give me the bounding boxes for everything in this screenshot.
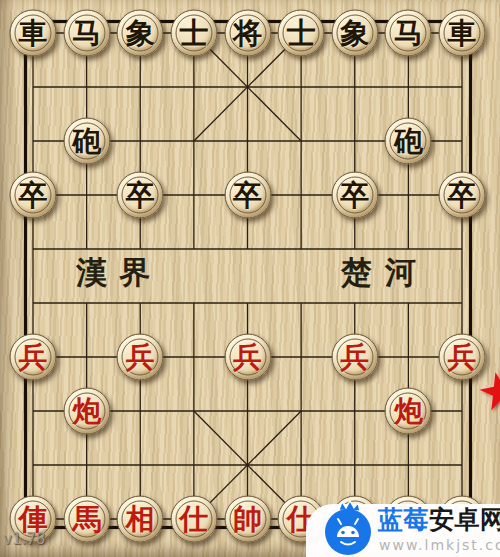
piece-label: 相 bbox=[118, 497, 163, 542]
piece-red-soldier[interactable]: 兵 bbox=[10, 334, 57, 381]
piece-label: 仕 bbox=[171, 497, 216, 542]
piece-black-horse[interactable]: 马 bbox=[63, 10, 110, 57]
piece-red-soldier[interactable]: 兵 bbox=[224, 334, 271, 381]
piece-label: 砲 bbox=[386, 119, 431, 164]
piece-black-horse[interactable]: 马 bbox=[385, 10, 432, 57]
piece-label: 炮 bbox=[386, 389, 431, 434]
piece-black-general[interactable]: 将 bbox=[224, 10, 271, 57]
piece-label: 兵 bbox=[225, 335, 270, 380]
version-label: v1.78 bbox=[3, 530, 45, 548]
piece-label: 马 bbox=[386, 11, 431, 56]
piece-black-soldier[interactable]: 卒 bbox=[439, 172, 486, 219]
piece-label: 象 bbox=[332, 11, 377, 56]
brand-text-highlight: 蓝莓 bbox=[378, 505, 429, 534]
piece-red-horse[interactable]: 馬 bbox=[63, 496, 110, 543]
piece-label: 兵 bbox=[118, 335, 163, 380]
watermark-url: www.lmkjst.com bbox=[379, 537, 500, 553]
river-label-hanjie: 漢界 bbox=[76, 257, 162, 288]
piece-label: 兵 bbox=[332, 335, 377, 380]
piece-black-soldier[interactable]: 卒 bbox=[224, 172, 271, 219]
piece-red-elephant[interactable]: 相 bbox=[117, 496, 164, 543]
piece-label: 炮 bbox=[64, 389, 109, 434]
piece-black-cannon[interactable]: 砲 bbox=[385, 118, 432, 165]
piece-black-advisor[interactable]: 士 bbox=[170, 10, 217, 57]
piece-label: 帥 bbox=[225, 497, 270, 542]
brand-text-rest: 安卓网 bbox=[429, 505, 500, 534]
piece-black-soldier[interactable]: 卒 bbox=[331, 172, 378, 219]
piece-black-cannon[interactable]: 砲 bbox=[63, 118, 110, 165]
piece-label: 卒 bbox=[118, 173, 163, 218]
piece-label: 马 bbox=[64, 11, 109, 56]
piece-black-soldier[interactable]: 卒 bbox=[10, 172, 57, 219]
piece-label: 車 bbox=[11, 11, 56, 56]
piece-red-general[interactable]: 帥 bbox=[224, 496, 271, 543]
piece-label: 将 bbox=[225, 11, 270, 56]
piece-label: 士 bbox=[171, 11, 216, 56]
piece-label: 車 bbox=[440, 11, 485, 56]
watermark-brand-text: 蓝莓安卓网 bbox=[378, 507, 500, 532]
piece-label: 象 bbox=[118, 11, 163, 56]
piece-label: 卒 bbox=[11, 173, 56, 218]
piece-black-elephant[interactable]: 象 bbox=[117, 10, 164, 57]
piece-label: 馬 bbox=[64, 497, 109, 542]
piece-label: 砲 bbox=[64, 119, 109, 164]
piece-black-chariot[interactable]: 車 bbox=[10, 10, 57, 57]
piece-red-cannon[interactable]: 炮 bbox=[385, 388, 432, 435]
piece-black-soldier[interactable]: 卒 bbox=[117, 172, 164, 219]
blueberry-android-logo-icon bbox=[324, 499, 372, 557]
piece-black-advisor[interactable]: 士 bbox=[278, 10, 325, 57]
piece-black-chariot[interactable]: 車 bbox=[439, 10, 486, 57]
xiangqi-app-screen: 漢界 楚河 車马象士将士象马車砲砲卒卒卒卒卒兵兵兵兵兵炮炮俥馬相仕帥仕相馬俥 ★… bbox=[0, 0, 500, 557]
river-label-chuhe: 楚河 bbox=[341, 257, 429, 288]
piece-label: 卒 bbox=[440, 173, 485, 218]
piece-red-advisor[interactable]: 仕 bbox=[170, 496, 217, 543]
piece-black-elephant[interactable]: 象 bbox=[331, 10, 378, 57]
piece-label: 兵 bbox=[11, 335, 56, 380]
piece-label: 士 bbox=[279, 11, 324, 56]
piece-label: 卒 bbox=[332, 173, 377, 218]
piece-label: 卒 bbox=[225, 173, 270, 218]
piece-red-soldier[interactable]: 兵 bbox=[331, 334, 378, 381]
piece-red-soldier[interactable]: 兵 bbox=[117, 334, 164, 381]
piece-red-cannon[interactable]: 炮 bbox=[63, 388, 110, 435]
